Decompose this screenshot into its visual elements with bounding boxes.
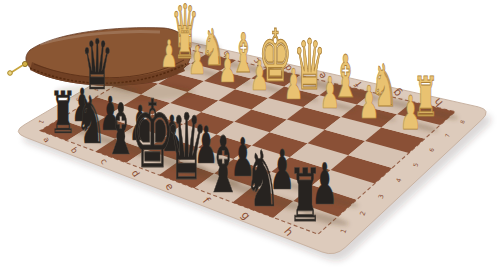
scene-svg: aabbccddeeffgghh1122334455667788♛♜♞♟♝♟♚♟…: [0, 0, 500, 270]
piece-black-knight-g1: ♞: [245, 134, 281, 224]
piece-black-knight-b1: ♞: [76, 83, 106, 158]
piece-camel-pawn-h7: ♟: [400, 85, 422, 140]
bag-zipper-pull: [8, 61, 28, 75]
piece-camel-pawn-f7: ♟: [320, 68, 340, 118]
piece-camel-pawn-g7: ♟: [358, 77, 379, 128]
piece-camel-pawn-c7: ♟: [218, 44, 237, 92]
piece-black-bishop-f1: ♝: [205, 119, 241, 211]
piece-camel-pawn-d7: ♟: [250, 53, 269, 101]
piece-camel-pawn-e7: ♟: [284, 60, 304, 109]
piece-black-rook-h1: ♜: [288, 153, 322, 238]
piece-black-rook-a1: ♜: [50, 79, 77, 147]
piece-black-queen-e1: ♛: [165, 94, 208, 201]
piece-camel-pawn-a7: ♟: [160, 32, 178, 76]
chess-set-product-photo: aabbccddeeffgghh1122334455667788♛♜♞♟♝♟♚♟…: [0, 0, 500, 270]
piece-camel-pawn-b7: ♟: [188, 38, 206, 83]
